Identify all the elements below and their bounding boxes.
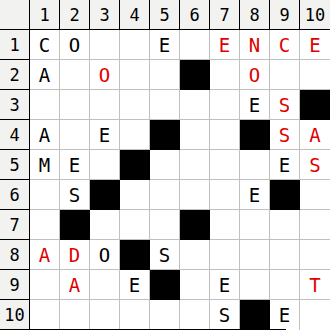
- grid-cell-r9c1[interactable]: [30, 270, 60, 300]
- block-cell-r10c8: [240, 300, 270, 330]
- grid-cell-r1c6[interactable]: [180, 30, 210, 60]
- grid-cell-r5c7[interactable]: [210, 150, 240, 180]
- grid-cell-r2c4[interactable]: [120, 60, 150, 90]
- grid-cell-r8c8[interactable]: [240, 240, 270, 270]
- block-cell-r5c4: [120, 150, 150, 180]
- grid-cell-r8c1[interactable]: A: [30, 240, 60, 270]
- col-label-6: 6: [180, 0, 210, 30]
- col-label-7: 7: [210, 0, 240, 30]
- grid-cell-r1c1[interactable]: C: [30, 30, 60, 60]
- row-label-8: 8: [0, 240, 30, 270]
- grid-cell-r9c9[interactable]: [270, 270, 300, 300]
- grid-cell-r10c7[interactable]: S: [210, 300, 240, 330]
- grid-cell-r8c5[interactable]: S: [150, 240, 180, 270]
- grid-cell-r10c3[interactable]: [90, 300, 120, 330]
- block-cell-r4c8: [240, 120, 270, 150]
- col-label-2: 2: [60, 0, 90, 30]
- grid-cell-r4c3[interactable]: E: [90, 120, 120, 150]
- grid-cell-r6c10[interactable]: [300, 180, 330, 210]
- grid-cell-r5c6[interactable]: [180, 150, 210, 180]
- block-cell-r6c9: [270, 180, 300, 210]
- grid-cell-r7c9[interactable]: [270, 210, 300, 240]
- col-label-1: 1: [30, 0, 60, 30]
- grid-cell-r9c4[interactable]: E: [120, 270, 150, 300]
- row-label-1: 1: [0, 30, 30, 60]
- block-cell-r7c2: [60, 210, 90, 240]
- grid-cell-r10c2[interactable]: [60, 300, 90, 330]
- grid-cell-r8c7[interactable]: [210, 240, 240, 270]
- grid-cell-r4c1[interactable]: A: [30, 120, 60, 150]
- grid-cell-r4c7[interactable]: [210, 120, 240, 150]
- grid-cell-r9c6[interactable]: [180, 270, 210, 300]
- grid-cell-r7c3[interactable]: [90, 210, 120, 240]
- grid-cell-r3c6[interactable]: [180, 90, 210, 120]
- grid-cell-r4c9[interactable]: S: [270, 120, 300, 150]
- grid-cell-r4c10[interactable]: A: [300, 120, 330, 150]
- row-label-6: 6: [0, 180, 30, 210]
- grid-cell-r9c7[interactable]: E: [210, 270, 240, 300]
- grid-cell-r10c9[interactable]: E: [270, 300, 300, 330]
- grid-cell-r3c9[interactable]: S: [270, 90, 300, 120]
- block-cell-r2c6: [180, 60, 210, 90]
- grid-cell-r2c2[interactable]: [60, 60, 90, 90]
- grid-cell-r8c3[interactable]: O: [90, 240, 120, 270]
- grid-cell-r5c1[interactable]: M: [30, 150, 60, 180]
- grid-cell-r7c8[interactable]: [240, 210, 270, 240]
- row-label-9: 9: [0, 270, 30, 300]
- grid-cell-r3c2[interactable]: [60, 90, 90, 120]
- grid-cell-r2c3[interactable]: O: [90, 60, 120, 90]
- col-label-4: 4: [120, 0, 150, 30]
- grid-cell-r1c5[interactable]: E: [150, 30, 180, 60]
- block-cell-r4c5: [150, 120, 180, 150]
- grid-cell-r5c8[interactable]: [240, 150, 270, 180]
- grid-cell-r7c1[interactable]: [30, 210, 60, 240]
- grid-cell-r3c8[interactable]: E: [240, 90, 270, 120]
- col-label-9: 9: [270, 0, 300, 30]
- row-label-5: 5: [0, 150, 30, 180]
- row-label-10: 10: [0, 300, 30, 330]
- grid-cell-r4c2[interactable]: [60, 120, 90, 150]
- grid-cell-r4c6[interactable]: [180, 120, 210, 150]
- grid-cell-r5c9[interactable]: E: [270, 150, 300, 180]
- grid-cell-r8c10[interactable]: [300, 240, 330, 270]
- grid-cell-r10c5[interactable]: [150, 300, 180, 330]
- grid-cell-r2c9[interactable]: [270, 60, 300, 90]
- row-label-3: 3: [0, 90, 30, 120]
- grid-cell-r2c5[interactable]: [150, 60, 180, 90]
- grid-cell-r6c6[interactable]: [180, 180, 210, 210]
- grid-cell-r9c10[interactable]: T: [300, 270, 330, 300]
- corner-cell: [0, 0, 30, 30]
- grid-cell-r5c5[interactable]: [150, 150, 180, 180]
- grid-cell-r9c3[interactable]: [90, 270, 120, 300]
- grid-cell-r3c7[interactable]: [210, 90, 240, 120]
- grid-cell-r10c4[interactable]: [120, 300, 150, 330]
- row-label-2: 2: [0, 60, 30, 90]
- block-cell-r8c4: [120, 240, 150, 270]
- grid-cell-r6c4[interactable]: [120, 180, 150, 210]
- grid-cell-r2c8[interactable]: O: [240, 60, 270, 90]
- grid-cell-r5c10[interactable]: S: [300, 150, 330, 180]
- grid-cell-r3c4[interactable]: [120, 90, 150, 120]
- grid-cell-r1c4[interactable]: [120, 30, 150, 60]
- grid-cell-r1c9[interactable]: C: [270, 30, 300, 60]
- block-cell-r3c10: [300, 90, 330, 120]
- grid-cell-r8c6[interactable]: [180, 240, 210, 270]
- block-cell-r6c3: [90, 180, 120, 210]
- grid-cell-r1c8[interactable]: N: [240, 30, 270, 60]
- grid-cell-r1c10[interactable]: E: [300, 30, 330, 60]
- grid-cell-r3c1[interactable]: [30, 90, 60, 120]
- grid-cell-r1c2[interactable]: O: [60, 30, 90, 60]
- grid-cell-r1c3[interactable]: [90, 30, 120, 60]
- grid-cell-r2c10[interactable]: [300, 60, 330, 90]
- row-label-7: 7: [0, 210, 30, 240]
- grid-cell-r10c1[interactable]: [30, 300, 60, 330]
- grid-cell-r7c7[interactable]: [210, 210, 240, 240]
- grid-cell-r5c3[interactable]: [90, 150, 120, 180]
- grid-cell-r10c6[interactable]: [180, 300, 210, 330]
- grid-cell-r6c8[interactable]: E: [240, 180, 270, 210]
- grid-cell-r7c4[interactable]: [120, 210, 150, 240]
- grid-cell-r5c2[interactable]: E: [60, 150, 90, 180]
- grid-cell-r8c2[interactable]: D: [60, 240, 90, 270]
- col-label-8: 8: [240, 0, 270, 30]
- grid-cell-r3c3[interactable]: [90, 90, 120, 120]
- col-label-5: 5: [150, 0, 180, 30]
- block-cell-r7c6: [180, 210, 210, 240]
- grid-cell-r2c1[interactable]: A: [30, 60, 60, 90]
- grid-cell-r9c2[interactable]: A: [60, 270, 90, 300]
- grid-cell-r6c1[interactable]: [30, 180, 60, 210]
- grid-cell-r7c5[interactable]: [150, 210, 180, 240]
- grid-cell-r9c8[interactable]: [240, 270, 270, 300]
- grid-cell-r1c7[interactable]: E: [210, 30, 240, 60]
- col-label-10: 10: [300, 0, 330, 30]
- col-label-3: 3: [90, 0, 120, 30]
- grid-cell-r8c9[interactable]: [270, 240, 300, 270]
- grid-cell-r6c7[interactable]: [210, 180, 240, 210]
- block-cell-r9c5: [150, 270, 180, 300]
- crossword-board: 123456789101COEENCE2AOO3ES4AESA5MEES6SE7…: [0, 0, 330, 330]
- row-label-4: 4: [0, 120, 30, 150]
- grid-cell-r4c4[interactable]: [120, 120, 150, 150]
- grid-cell-r6c2[interactable]: S: [60, 180, 90, 210]
- grid-cell-r2c7[interactable]: [210, 60, 240, 90]
- grid-cell-r6c5[interactable]: [150, 180, 180, 210]
- grid-cell-r7c10[interactable]: [300, 210, 330, 240]
- grid-cell-r10c10[interactable]: [300, 300, 330, 330]
- grid-cell-r3c5[interactable]: [150, 90, 180, 120]
